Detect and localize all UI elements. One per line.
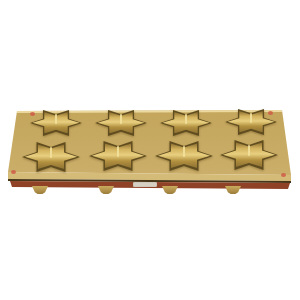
star-cavity-r1c3 bbox=[160, 110, 212, 136]
star-cavity-r2c3 bbox=[155, 141, 213, 171]
base-foot-3 bbox=[162, 186, 178, 194]
star-cavity-r1c2 bbox=[95, 110, 147, 136]
star-cavity-center-ridge bbox=[250, 113, 252, 123]
base-foot-4 bbox=[225, 186, 241, 194]
product-photo bbox=[0, 0, 300, 300]
star-cavity-center-ridge bbox=[50, 147, 52, 158]
corner-mark-1 bbox=[30, 112, 35, 116]
base-foot-1 bbox=[32, 186, 48, 194]
base-label-patch bbox=[133, 182, 157, 187]
corner-mark-2 bbox=[268, 111, 273, 115]
corner-mark-3 bbox=[11, 170, 16, 174]
star-cavity-center-ridge bbox=[185, 114, 187, 124]
star-cavity-center-ridge bbox=[55, 114, 57, 124]
star-cavity-center-ridge bbox=[183, 146, 185, 157]
star-cavity-r2c1 bbox=[22, 142, 80, 172]
star-cavity-r1c1 bbox=[30, 110, 82, 136]
star-cavity-r2c2 bbox=[89, 141, 147, 171]
base-foot-2 bbox=[98, 186, 114, 194]
star-cavity-center-ridge bbox=[117, 146, 119, 157]
star-cavity-r2c4 bbox=[220, 140, 278, 170]
star-cavity-center-ridge bbox=[248, 145, 250, 156]
corner-mark-4 bbox=[281, 173, 286, 177]
star-cavity-center-ridge bbox=[120, 114, 122, 124]
